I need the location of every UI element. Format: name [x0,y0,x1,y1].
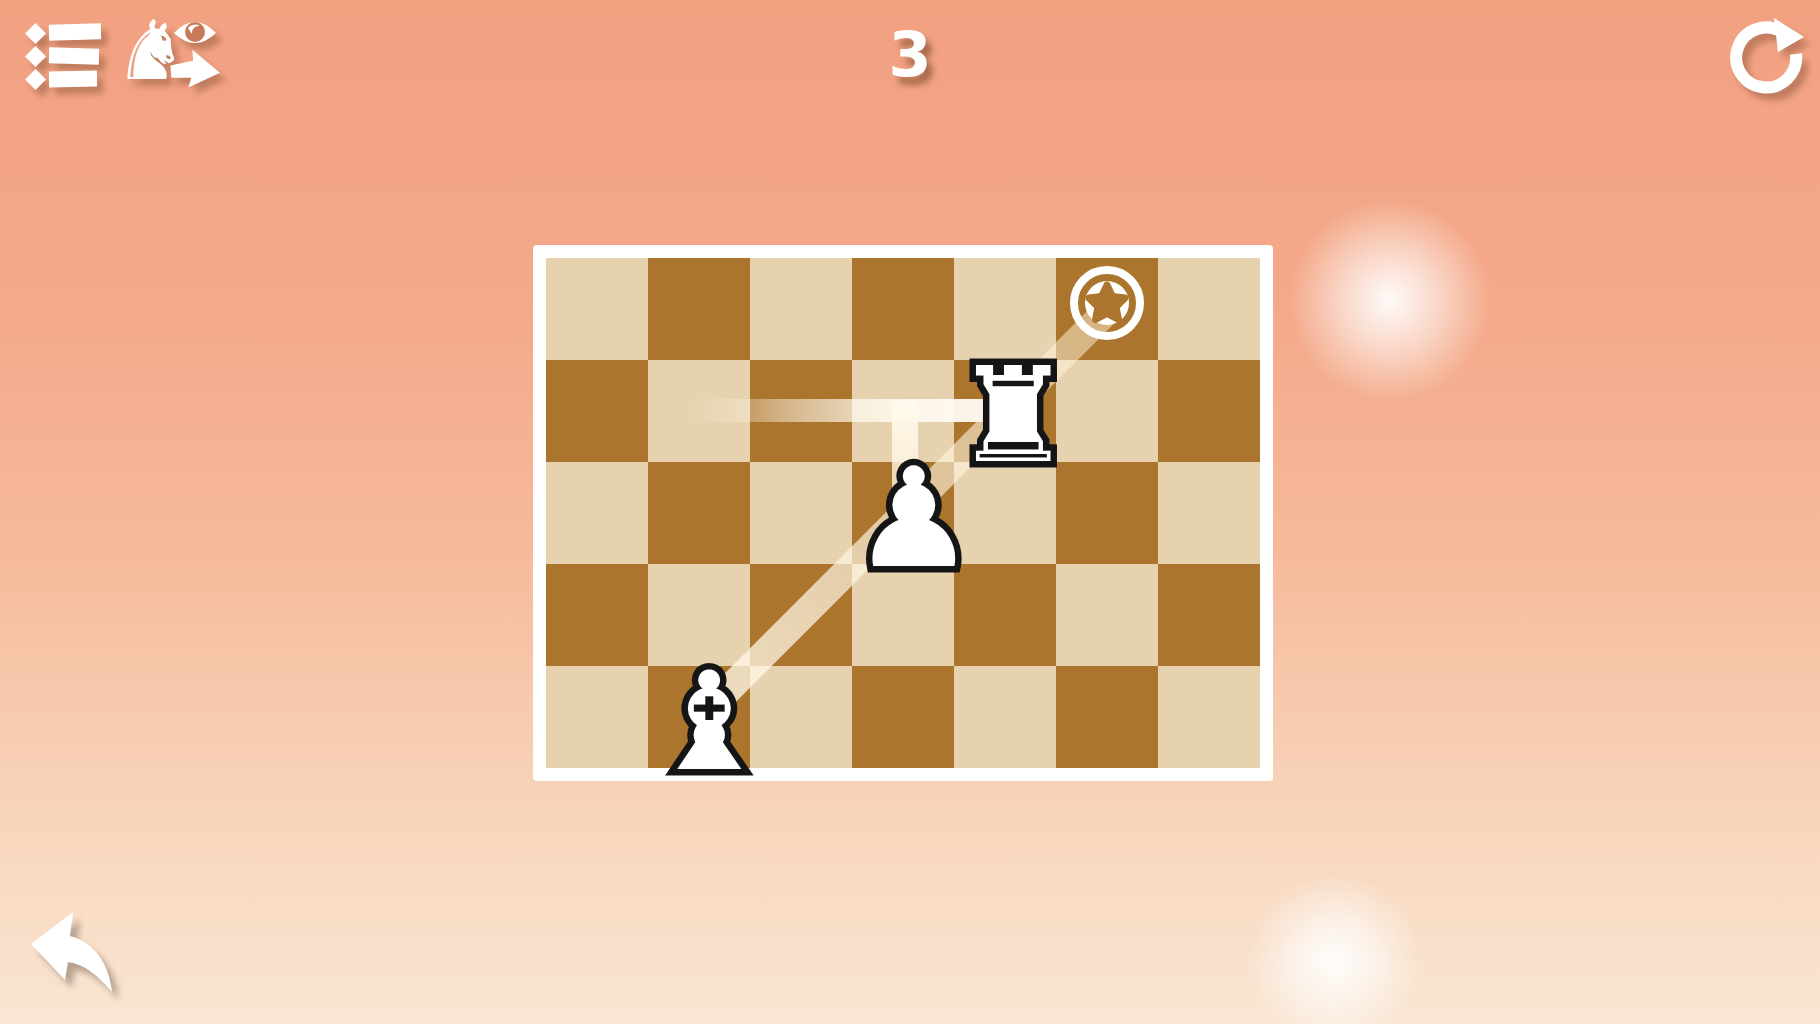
piece-white-bishop[interactable]: ♝♝ [648,666,750,768]
restart-button[interactable] [1730,16,1808,100]
board-cell[interactable] [852,666,954,768]
board-cell[interactable] [1158,666,1260,768]
board-cell[interactable] [546,360,648,462]
board-cell[interactable] [750,258,852,360]
board-cell[interactable] [954,666,1056,768]
board-cell[interactable] [1158,258,1260,360]
level-number: 3 [810,18,1010,91]
board-cell[interactable] [1158,462,1260,564]
board-cell[interactable] [852,258,954,360]
back-undo-button[interactable] [25,908,119,998]
board-cell[interactable] [1158,360,1260,462]
board-cell[interactable] [1056,564,1158,666]
board-cell[interactable] [546,462,648,564]
levels-menu-icon [25,20,105,94]
levels-menu-button[interactable] [25,20,105,94]
board-cell[interactable] [1158,564,1260,666]
target-star-marker[interactable] [1067,263,1147,343]
board-cell[interactable] [648,360,750,462]
background-glow [1280,190,1500,410]
eye-arrow-icon [118,16,222,100]
board-cell[interactable] [1056,666,1158,768]
board-cell[interactable] [750,360,852,462]
board-cell[interactable] [546,666,648,768]
board-cell[interactable] [546,258,648,360]
board-cell[interactable] [648,462,750,564]
board-cell[interactable] [648,258,750,360]
restart-icon [1730,16,1808,100]
board-cell[interactable] [546,564,648,666]
hint-preview-button[interactable]: ♞ [118,16,222,100]
background-glow [1240,865,1430,1024]
back-undo-icon [25,908,119,998]
chess-board: ♜♜♟♟♝♝ [533,245,1273,781]
piece-white-pawn[interactable]: ♟♟ [852,462,954,564]
board-cell[interactable] [750,462,852,564]
